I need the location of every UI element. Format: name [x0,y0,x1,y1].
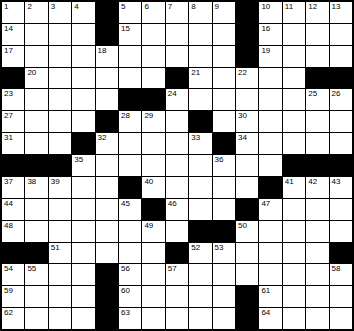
cell[interactable] [236,264,258,285]
clue-number: 4 [74,2,78,11]
cell[interactable] [49,24,71,45]
cell[interactable] [259,89,281,110]
clue-number: 13 [332,2,341,11]
cell[interactable] [49,46,71,67]
black-cell [142,199,164,220]
clue-number: 49 [144,221,153,230]
cell[interactable] [142,133,164,154]
cell[interactable] [49,264,71,285]
cell[interactable] [283,243,305,264]
clue-number: 61 [261,286,270,295]
cell[interactable]: 62 [2,308,24,329]
black-cell [2,155,24,176]
cell[interactable] [49,133,71,154]
cell[interactable]: 26 [330,89,352,110]
cell[interactable] [96,68,118,89]
cell[interactable]: 54 [2,264,24,285]
cell[interactable]: 31 [2,133,24,154]
cell[interactable] [259,68,281,89]
clue-number: 32 [98,133,107,142]
cell[interactable] [72,243,94,264]
cell[interactable] [213,68,235,89]
clue-number: 43 [332,177,341,186]
cell[interactable]: 64 [259,308,281,329]
cell[interactable] [283,133,305,154]
black-cell [166,68,188,89]
clue-number: 10 [261,2,270,11]
black-cell [330,68,352,89]
clue-number: 51 [51,243,60,252]
cell[interactable] [283,308,305,329]
cell[interactable] [49,199,71,220]
cell[interactable] [72,177,94,198]
clue-number: 37 [4,177,13,186]
cell[interactable]: 41 [283,177,305,198]
cell[interactable]: 6 [142,2,164,23]
cell[interactable] [25,133,47,154]
clue-number: 41 [285,177,294,186]
cell[interactable] [213,199,235,220]
cell[interactable]: 22 [236,68,258,89]
cell[interactable]: 16 [259,24,281,45]
cell[interactable]: 38 [25,177,47,198]
cell[interactable]: 21 [189,68,211,89]
cell[interactable] [166,46,188,67]
clue-number: 8 [191,2,195,11]
cell[interactable] [96,199,118,220]
clue-number: 55 [27,264,36,273]
black-cell [96,286,118,307]
clue-number: 40 [144,177,153,186]
cell[interactable] [306,133,328,154]
cell[interactable] [330,199,352,220]
cell[interactable]: 39 [49,177,71,198]
cell[interactable]: 47 [259,199,281,220]
clue-number: 53 [215,243,224,252]
clue-number: 30 [238,111,247,120]
clue-number: 34 [238,133,247,142]
clue-number: 9 [215,2,219,11]
black-cell [213,133,235,154]
cell[interactable] [283,46,305,67]
cell[interactable] [119,221,141,242]
clue-number: 17 [4,46,13,55]
cell[interactable] [72,68,94,89]
black-cell [2,243,24,264]
cell[interactable] [213,286,235,307]
cell[interactable] [166,24,188,45]
clue-number: 27 [4,111,13,120]
clue-number: 47 [261,199,270,208]
cell[interactable] [166,177,188,198]
cell[interactable] [72,264,94,285]
cell[interactable] [283,111,305,132]
clue-number: 50 [238,221,247,230]
crossword-grid: 1234567891011121314151617181920212223242… [0,0,354,331]
clue-number: 12 [308,2,317,11]
clue-number: 23 [4,89,13,98]
cell[interactable] [49,308,71,329]
cell[interactable]: 46 [166,199,188,220]
cell[interactable]: 51 [49,243,71,264]
cell[interactable]: 30 [236,111,258,132]
cell[interactable] [189,155,211,176]
cell[interactable] [213,46,235,67]
clue-number: 59 [4,286,13,295]
cell[interactable]: 2 [25,2,47,23]
clue-number: 28 [121,111,130,120]
black-cell [96,264,118,285]
cell[interactable] [96,243,118,264]
cell[interactable] [72,286,94,307]
clue-number: 1 [4,2,8,11]
cell[interactable]: 58 [330,264,352,285]
cell[interactable]: 42 [306,177,328,198]
clue-number: 63 [121,308,130,317]
black-cell [142,89,164,110]
clue-number: 3 [51,2,55,11]
clue-number: 22 [238,68,247,77]
cell[interactable]: 17 [2,46,24,67]
cell[interactable] [259,155,281,176]
cell[interactable] [189,199,211,220]
clue-number: 14 [4,24,13,33]
cell[interactable] [330,133,352,154]
cell[interactable] [306,243,328,264]
cell[interactable]: 8 [189,2,211,23]
black-cell [72,133,94,154]
black-cell [96,2,118,23]
cell[interactable] [142,68,164,89]
clue-number: 24 [168,89,177,98]
clue-number: 19 [261,46,270,55]
cell[interactable] [96,155,118,176]
cell[interactable]: 37 [2,177,24,198]
cell[interactable] [306,221,328,242]
black-cell [236,308,258,329]
cell[interactable] [189,308,211,329]
clue-number: 5 [121,2,125,11]
cell[interactable]: 9 [213,2,235,23]
black-cell [236,46,258,67]
cell[interactable]: 57 [166,264,188,285]
cell[interactable] [189,264,211,285]
clue-number: 18 [98,46,107,55]
cell[interactable] [306,286,328,307]
black-cell [25,243,47,264]
black-cell [25,155,47,176]
cell[interactable] [189,286,211,307]
cell[interactable] [119,68,141,89]
cell[interactable]: 24 [166,89,188,110]
cell[interactable] [142,243,164,264]
clue-number: 31 [4,133,13,142]
cell[interactable] [330,286,352,307]
clue-number: 48 [4,221,13,230]
cell[interactable] [119,155,141,176]
cell[interactable] [119,133,141,154]
black-cell [96,24,118,45]
cell[interactable] [189,177,211,198]
clue-number: 29 [144,111,153,120]
cell[interactable] [25,24,47,45]
clue-number: 42 [308,177,317,186]
cell[interactable] [96,221,118,242]
clue-number: 20 [27,68,36,77]
black-cell [119,177,141,198]
cell[interactable] [25,89,47,110]
clue-number: 62 [4,308,13,317]
cell[interactable] [283,264,305,285]
cell[interactable]: 13 [330,2,352,23]
cell[interactable]: 15 [119,24,141,45]
black-cell [236,286,258,307]
black-cell [236,24,258,45]
cell[interactable]: 44 [2,199,24,220]
black-cell [2,68,24,89]
cell[interactable]: 10 [259,2,281,23]
cell[interactable]: 3 [49,2,71,23]
cell[interactable] [236,89,258,110]
cell[interactable] [166,111,188,132]
clue-number: 58 [332,264,341,273]
black-cell [283,155,305,176]
cell[interactable] [142,264,164,285]
black-cell [330,243,352,264]
cell[interactable] [49,68,71,89]
cell[interactable]: 19 [259,46,281,67]
cell[interactable] [330,111,352,132]
clue-number: 2 [27,2,31,11]
cell[interactable] [306,308,328,329]
cell[interactable]: 32 [96,133,118,154]
cell[interactable]: 55 [25,264,47,285]
cell[interactable] [213,308,235,329]
cell[interactable] [306,46,328,67]
cell[interactable] [96,89,118,110]
cell[interactable]: 48 [2,221,24,242]
cell[interactable] [25,286,47,307]
clue-number: 35 [74,155,83,164]
cell[interactable] [72,199,94,220]
cell[interactable] [259,133,281,154]
cell[interactable]: 28 [119,111,141,132]
cell[interactable]: 53 [213,243,235,264]
cell[interactable]: 29 [142,111,164,132]
cell[interactable] [119,243,141,264]
clue-number: 7 [168,2,172,11]
cell[interactable] [72,46,94,67]
cell[interactable] [213,264,235,285]
cell[interactable] [283,221,305,242]
black-cell [236,2,258,23]
cell[interactable] [283,89,305,110]
clue-number: 15 [121,24,130,33]
cell[interactable]: 61 [259,286,281,307]
cell[interactable]: 43 [330,177,352,198]
cell[interactable] [306,24,328,45]
clue-number: 33 [191,133,200,142]
cell[interactable] [142,46,164,67]
cell[interactable] [236,243,258,264]
black-cell [166,243,188,264]
cell[interactable]: 14 [2,24,24,45]
cell[interactable]: 33 [189,133,211,154]
cell[interactable] [49,111,71,132]
cell[interactable] [166,308,188,329]
cell[interactable]: 59 [2,286,24,307]
cell[interactable]: 7 [166,2,188,23]
cell[interactable] [189,89,211,110]
cell[interactable]: 4 [72,2,94,23]
clue-number: 25 [308,89,317,98]
cell[interactable] [25,111,47,132]
clue-number: 64 [261,308,270,317]
clue-number: 21 [191,68,200,77]
cell[interactable] [259,111,281,132]
clue-number: 36 [215,155,224,164]
cell[interactable] [306,264,328,285]
cell[interactable]: 27 [2,111,24,132]
cell[interactable]: 23 [2,89,24,110]
clue-number: 26 [332,89,341,98]
cell[interactable]: 34 [236,133,258,154]
cell[interactable] [49,89,71,110]
black-cell [96,111,118,132]
cell[interactable] [330,308,352,329]
clue-number: 52 [191,243,200,252]
clue-number: 60 [121,286,130,295]
clue-number: 54 [4,264,13,273]
cell[interactable] [72,89,94,110]
cell[interactable]: 36 [213,155,235,176]
cell[interactable] [259,264,281,285]
cell[interactable] [259,243,281,264]
cell[interactable]: 20 [25,68,47,89]
black-cell [189,221,211,242]
clue-number: 16 [261,24,270,33]
cell[interactable] [259,221,281,242]
cell[interactable] [213,24,235,45]
clue-number: 38 [27,177,36,186]
black-cell [49,155,71,176]
cell[interactable] [25,221,47,242]
cell[interactable] [96,177,118,198]
cell[interactable] [25,308,47,329]
cell[interactable] [330,24,352,45]
clue-number: 45 [121,199,130,208]
cell[interactable] [330,46,352,67]
cell[interactable] [119,46,141,67]
cell[interactable] [213,111,235,132]
cell[interactable] [283,199,305,220]
cell[interactable] [72,24,94,45]
cell[interactable] [236,177,258,198]
cell[interactable]: 63 [119,308,141,329]
cell[interactable]: 60 [119,286,141,307]
black-cell [189,111,211,132]
cell[interactable]: 1 [2,2,24,23]
cell[interactable]: 5 [119,2,141,23]
cell[interactable] [166,133,188,154]
cell[interactable] [142,286,164,307]
black-cell [213,221,235,242]
cell[interactable] [142,24,164,45]
cell[interactable] [142,308,164,329]
clue-number: 44 [4,199,13,208]
black-cell [259,177,281,198]
cell[interactable]: 52 [189,243,211,264]
cell[interactable] [166,221,188,242]
cell[interactable]: 40 [142,177,164,198]
cell[interactable]: 50 [236,221,258,242]
cell[interactable] [25,199,47,220]
cell[interactable]: 18 [96,46,118,67]
clue-number: 57 [168,264,177,273]
cell[interactable]: 56 [119,264,141,285]
black-cell [306,68,328,89]
clue-number: 6 [144,2,148,11]
cell[interactable] [283,24,305,45]
cell[interactable] [283,286,305,307]
cell[interactable] [189,24,211,45]
cell[interactable] [72,111,94,132]
cell[interactable]: 25 [306,89,328,110]
cell[interactable]: 49 [142,221,164,242]
cell[interactable] [213,177,235,198]
cell[interactable] [306,111,328,132]
clue-number: 39 [51,177,60,186]
cell[interactable] [236,155,258,176]
black-cell [306,155,328,176]
cell[interactable] [306,199,328,220]
black-cell [119,89,141,110]
black-cell [330,155,352,176]
cell[interactable]: 45 [119,199,141,220]
cell[interactable]: 12 [306,2,328,23]
cell[interactable]: 35 [72,155,94,176]
cell[interactable] [283,68,305,89]
clue-number: 46 [168,199,177,208]
cell[interactable] [49,286,71,307]
clue-number: 56 [121,264,130,273]
cell[interactable] [189,46,211,67]
cell[interactable] [166,286,188,307]
cell[interactable] [213,89,235,110]
cell[interactable] [142,155,164,176]
cell[interactable] [49,221,71,242]
black-cell [236,199,258,220]
cell[interactable]: 11 [283,2,305,23]
cell[interactable] [72,308,94,329]
black-cell [96,308,118,329]
cell[interactable] [330,221,352,242]
cell[interactable] [166,155,188,176]
clue-number: 11 [285,2,293,11]
cell[interactable] [25,46,47,67]
cell[interactable] [72,221,94,242]
